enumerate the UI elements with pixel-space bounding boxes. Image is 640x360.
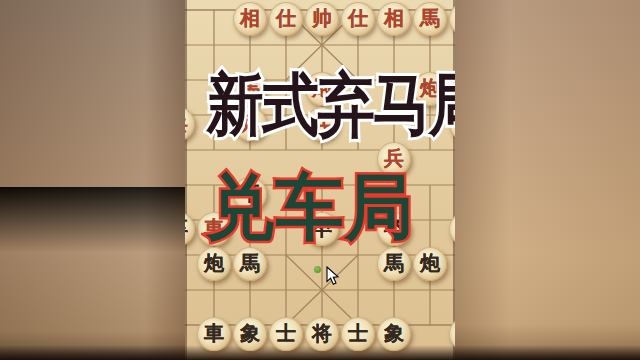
piece-glyph: 卒 (384, 218, 404, 238)
piece-black-soldier[interactable]: 卒 (233, 177, 267, 211)
piece-glyph: 相 (240, 8, 260, 28)
piece-black-horse[interactable]: 馬 (233, 247, 267, 281)
piece-glyph: 馬 (240, 78, 260, 98)
piece-glyph: 炮 (312, 78, 332, 98)
piece-red-elephant[interactable]: 相 (377, 2, 411, 36)
piece-black-horse[interactable]: 馬 (377, 247, 411, 281)
piece-red-chariot[interactable]: 車 (197, 212, 231, 246)
piece-black-soldier[interactable]: 卒 (305, 212, 339, 246)
piece-red-horse[interactable]: 馬 (413, 2, 447, 36)
piece-black-cannon[interactable]: 炮 (197, 247, 231, 281)
piece-glyph: 車 (204, 323, 224, 343)
piece-glyph: 将 (312, 323, 332, 343)
video-edge-seam-right (453, 0, 455, 360)
piece-black-advisor[interactable]: 士 (341, 317, 375, 351)
piece-glyph: 馬 (384, 253, 404, 273)
piece-red-advisor[interactable]: 仕 (269, 2, 303, 36)
piece-black-cannon[interactable]: 炮 (413, 247, 447, 281)
blurred-backdrop-right (454, 0, 640, 360)
piece-glyph: 兵 (240, 113, 260, 133)
piece-glyph: 仕 (276, 8, 296, 28)
piece-black-general[interactable]: 将 (305, 317, 339, 351)
piece-glyph: 炮 (204, 253, 224, 273)
piece-glyph: 士 (276, 323, 296, 343)
piece-glyph: 卒 (185, 218, 188, 238)
piece-black-elephant[interactable]: 象 (377, 317, 411, 351)
piece-glyph: 士 (348, 323, 368, 343)
piece-red-soldier[interactable]: 兵 (233, 107, 267, 141)
piece-black-elephant[interactable]: 象 (233, 317, 267, 351)
piece-glyph: 兵 (312, 113, 332, 133)
video-frame: 相仕帅仕相馬車馬炮炮兵兵兵兵兵卒車卒卒卒卒炮馬馬炮車象士将士象車 新式弃马局 兑… (0, 0, 640, 360)
piece-glyph: 車 (204, 218, 224, 238)
piece-glyph: 卒 (312, 218, 332, 238)
piece-red-soldier[interactable]: 兵 (305, 107, 339, 141)
piece-glyph: 相 (384, 8, 404, 28)
piece-glyph: 馬 (240, 253, 260, 273)
piece-red-general[interactable]: 帅 (305, 2, 339, 36)
piece-black-soldier[interactable]: 卒 (377, 212, 411, 246)
piece-red-horse[interactable]: 馬 (233, 72, 267, 106)
piece-glyph: 兵 (384, 148, 404, 168)
piece-red-cannon[interactable]: 炮 (305, 72, 339, 106)
piece-glyph: 象 (384, 323, 404, 343)
piece-red-cannon[interactable]: 炮 (413, 72, 447, 106)
piece-glyph: 象 (240, 323, 260, 343)
move-marker-dot (314, 266, 321, 273)
piece-glyph: 卒 (240, 183, 260, 203)
piece-black-chariot[interactable]: 車 (197, 317, 231, 351)
piece-glyph: 帅 (312, 8, 332, 28)
piece-red-advisor[interactable]: 仕 (341, 2, 375, 36)
game-video-region: 相仕帅仕相馬車馬炮炮兵兵兵兵兵卒車卒卒卒卒炮馬馬炮車象士将士象車 新式弃马局 兑… (185, 0, 455, 360)
piece-glyph: 仕 (348, 8, 368, 28)
blurred-backdrop-left (0, 0, 186, 360)
piece-glyph: 炮 (420, 78, 440, 98)
xiangqi-board[interactable] (185, 0, 455, 360)
piece-glyph: 馬 (420, 8, 440, 28)
video-edge-seam-left (185, 0, 187, 360)
piece-red-soldier[interactable]: 兵 (377, 142, 411, 176)
mouse-cursor (326, 266, 340, 286)
piece-red-elephant[interactable]: 相 (233, 2, 267, 36)
piece-glyph: 兵 (185, 113, 188, 133)
piece-black-advisor[interactable]: 士 (269, 317, 303, 351)
piece-glyph: 炮 (420, 253, 440, 273)
